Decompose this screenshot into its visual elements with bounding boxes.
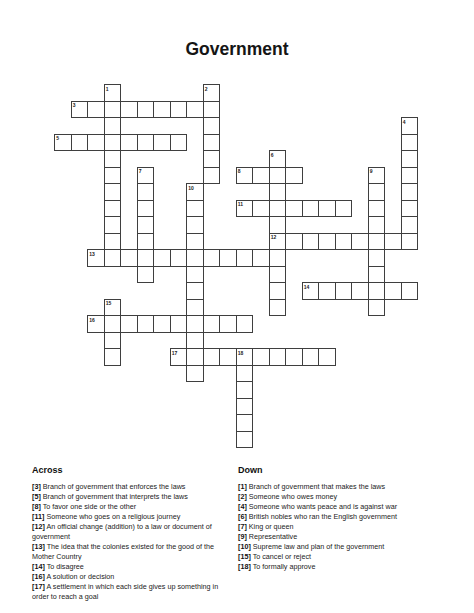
clue-number: 1 [106, 86, 109, 92]
grid-cell[interactable] [236, 398, 254, 416]
grid-cell[interactable] [170, 315, 188, 333]
grid-cell[interactable] [120, 134, 138, 152]
grid-cell[interactable] [170, 101, 188, 119]
grid-cell[interactable] [153, 249, 171, 267]
grid-cell[interactable] [137, 266, 155, 284]
clue-item-number: [1] [238, 482, 247, 491]
grid-cell[interactable] [219, 249, 237, 267]
clue-item-number: [6] [238, 512, 247, 521]
grid-cell[interactable] [384, 282, 402, 300]
clue-number: 7 [139, 168, 142, 174]
grid-cell[interactable] [137, 315, 155, 333]
puzzle-title: Government [0, 39, 474, 60]
clue-item-text: To cancel or reject [253, 552, 311, 561]
clue-item-number: [15] [238, 552, 251, 561]
grid-cell[interactable] [302, 233, 320, 251]
grid-cell[interactable] [236, 414, 254, 432]
clue-item-text: Branch of government that enforces the l… [43, 482, 186, 491]
clue-item-number: [16] [32, 572, 45, 581]
grid-cell[interactable] [236, 315, 254, 333]
clue-number: 18 [238, 350, 244, 356]
clue-item-number: [2] [238, 492, 247, 501]
clue-item: [1] Branch of government that makes the … [238, 482, 470, 492]
clue-item-text: The idea that the colonies existed for t… [32, 542, 214, 561]
crossword-page: Government 123456789101112131415161718 A… [0, 0, 474, 613]
grid-cell[interactable] [401, 183, 419, 201]
clue-number: 8 [238, 168, 241, 174]
clue-item: [14] To disagree [32, 562, 248, 572]
clue-item-text: King or queen [249, 522, 294, 531]
clue-item: [4] Someone who wants peace and is again… [238, 502, 470, 512]
grid-cell[interactable] [153, 315, 171, 333]
grid-cell[interactable] [104, 216, 122, 234]
grid-cell[interactable] [186, 233, 204, 251]
grid-cell[interactable]: 15 [104, 299, 122, 317]
clue-number: 13 [89, 251, 95, 257]
clue-item: [15] To cancel or reject [238, 552, 470, 562]
grid-cell[interactable] [203, 117, 221, 135]
grid-cell[interactable] [368, 183, 386, 201]
grid-cell[interactable] [302, 348, 320, 366]
grid-cell[interactable]: 14 [302, 282, 320, 300]
grid-cell[interactable]: 2 [203, 84, 221, 102]
grid-cell[interactable]: 12 [269, 233, 287, 251]
clue-item: [13] The idea that the colonies existed … [32, 542, 248, 562]
down-clue-list: [1] Branch of government that makes the … [238, 482, 470, 572]
clue-item: [17] A settlement in which each side giv… [32, 582, 248, 602]
grid-cell[interactable] [401, 282, 419, 300]
clue-item-text: Someone who goes on a religious journey [46, 512, 180, 521]
grid-cell[interactable] [285, 348, 303, 366]
grid-cell[interactable] [186, 216, 204, 234]
grid-cell[interactable] [203, 315, 221, 333]
grid-cell[interactable] [170, 134, 188, 152]
clue-number: 15 [106, 300, 112, 306]
clue-item-number: [9] [238, 532, 247, 541]
grid-cell[interactable] [401, 150, 419, 168]
grid-cell[interactable] [203, 249, 221, 267]
grid-cell[interactable] [236, 381, 254, 399]
grid-cell[interactable] [252, 167, 270, 185]
grid-cell[interactable] [401, 167, 419, 185]
clue-number: 10 [188, 185, 194, 191]
grid-cell[interactable]: 17 [170, 348, 188, 366]
grid-cell[interactable] [104, 249, 122, 267]
grid-cell[interactable] [351, 233, 369, 251]
grid-cell[interactable] [137, 233, 155, 251]
grid-cell[interactable] [87, 101, 105, 119]
across-clue-list: [3] Branch of government that enforces t… [32, 482, 248, 602]
clue-item-number: [5] [32, 492, 41, 501]
clue-number: 6 [271, 152, 274, 158]
clue-number: 17 [172, 350, 178, 356]
grid-cell[interactable] [368, 282, 386, 300]
grid-cell[interactable] [318, 200, 336, 218]
grid-cell[interactable] [401, 233, 419, 251]
grid-cell[interactable] [269, 216, 287, 234]
clue-item-number: [4] [238, 502, 247, 511]
grid-cell[interactable] [203, 167, 221, 185]
clue-item-text: Someone who owes money [249, 492, 337, 501]
grid-cell[interactable] [236, 431, 254, 449]
down-header: Down [238, 465, 470, 475]
grid-cell[interactable] [269, 167, 287, 185]
grid-cell[interactable] [236, 249, 254, 267]
grid-cell[interactable] [104, 150, 122, 168]
grid-cell[interactable] [186, 365, 204, 383]
clue-item-number: [18] [238, 562, 251, 571]
grid-cell[interactable]: 8 [236, 167, 254, 185]
grid-cell[interactable] [170, 249, 188, 267]
grid-cell[interactable] [401, 200, 419, 218]
grid-cell[interactable] [384, 233, 402, 251]
grid-cell[interactable] [318, 282, 336, 300]
clue-number: 2 [205, 86, 208, 92]
clue-item-number: [10] [238, 542, 251, 551]
clue-item-text: An official change (addition) to a law o… [32, 522, 212, 541]
clue-item-text: Supreme law and plan of the government [253, 542, 384, 551]
grid-cell[interactable] [186, 332, 204, 350]
clue-number: 11 [238, 201, 243, 207]
grid-cell[interactable] [153, 101, 171, 119]
grid-cell[interactable] [137, 200, 155, 218]
grid-cell[interactable] [137, 183, 155, 201]
grid-cell[interactable]: 3 [71, 101, 89, 119]
crossword-grid: 123456789101112131415161718 [54, 84, 419, 449]
grid-cell[interactable] [71, 134, 89, 152]
grid-cell[interactable] [104, 348, 122, 366]
clue-item-text: Branch of government that makes the laws [249, 482, 385, 491]
grid-cell[interactable] [137, 216, 155, 234]
grid-cell[interactable]: 18 [236, 348, 254, 366]
grid-cell[interactable]: 10 [186, 183, 204, 201]
grid-cell[interactable]: 6 [269, 150, 287, 168]
clue-item-text: Branch of government that interprets the… [43, 492, 188, 501]
clue-item-text: To formally approve [253, 562, 316, 571]
clue-item: [12] An official change (addition) to a … [32, 522, 248, 542]
grid-cell[interactable] [285, 233, 303, 251]
grid-cell[interactable] [137, 101, 155, 119]
grid-cell[interactable] [186, 101, 204, 119]
clue-item: [6] British nobles who ran the English g… [238, 512, 470, 522]
clue-item-number: [13] [32, 542, 45, 551]
grid-cell[interactable] [186, 299, 204, 317]
clue-item-number: [8] [32, 502, 41, 511]
grid-cell[interactable] [186, 315, 204, 333]
clue-item-text: Representative [249, 532, 297, 541]
grid-cell[interactable] [252, 200, 270, 218]
grid-cell[interactable] [104, 134, 122, 152]
grid-cell[interactable]: 9 [368, 167, 386, 185]
grid-cell[interactable]: 7 [137, 167, 155, 185]
grid-cell[interactable] [335, 233, 353, 251]
clue-item: [10] Supreme law and plan of the governm… [238, 542, 470, 552]
grid-cell[interactable]: 4 [401, 117, 419, 135]
grid-cell[interactable]: 16 [87, 315, 105, 333]
clue-item-number: [11] [32, 512, 44, 521]
grid-cell[interactable] [252, 249, 270, 267]
grid-cell[interactable] [269, 249, 287, 267]
clue-number: 9 [370, 168, 373, 174]
clue-item-text: Someone who wants peace and is against w… [249, 502, 397, 511]
clue-number: 14 [304, 284, 310, 290]
grid-cell[interactable] [104, 332, 122, 350]
grid-cell[interactable] [269, 282, 287, 300]
grid-cell[interactable] [368, 299, 386, 317]
grid-cell[interactable] [87, 134, 105, 152]
grid-cell[interactable] [219, 315, 237, 333]
clue-item: [16] A solution or decision [32, 572, 248, 582]
grid-cell[interactable] [318, 348, 336, 366]
grid-cell[interactable] [269, 266, 287, 284]
grid-cell[interactable] [203, 348, 221, 366]
grid-cell[interactable] [368, 216, 386, 234]
clue-item: [7] King or queen [238, 522, 470, 532]
clue-item-number: [17] [32, 582, 45, 591]
grid-cell[interactable] [186, 200, 204, 218]
grid-cell[interactable]: 11 [236, 200, 254, 218]
clue-item-number: [7] [238, 522, 247, 531]
grid-cell[interactable] [104, 200, 122, 218]
clue-item-text: British nobles who ran the English gover… [249, 512, 397, 521]
grid-cell[interactable] [269, 200, 287, 218]
grid-cell[interactable] [137, 249, 155, 267]
grid-cell[interactable] [203, 150, 221, 168]
grid-cell[interactable]: 13 [87, 249, 105, 267]
grid-cell[interactable] [104, 183, 122, 201]
grid-cell[interactable] [401, 134, 419, 152]
grid-cell[interactable] [203, 134, 221, 152]
grid-cell[interactable] [335, 200, 353, 218]
grid-cell[interactable] [186, 266, 204, 284]
grid-cell[interactable] [318, 233, 336, 251]
grid-cell[interactable] [368, 233, 386, 251]
clue-item-text: To favor one side or the other [43, 502, 137, 511]
grid-cell[interactable] [351, 282, 369, 300]
grid-cell[interactable] [120, 315, 138, 333]
grid-cell[interactable] [368, 200, 386, 218]
grid-cell[interactable] [285, 200, 303, 218]
clue-number: 5 [56, 135, 59, 141]
grid-cell[interactable]: 5 [54, 134, 72, 152]
clue-item: [3] Branch of government that enforces t… [32, 482, 248, 492]
across-header: Across [32, 465, 248, 475]
grid-cell[interactable] [186, 249, 204, 267]
clue-item-number: [12] [32, 522, 45, 531]
grid-cell[interactable] [335, 282, 353, 300]
grid-cell[interactable] [186, 282, 204, 300]
clue-item: [5] Branch of government that interprets… [32, 492, 248, 502]
clue-item: [9] Representative [238, 532, 470, 542]
clue-item: [2] Someone who owes money [238, 492, 470, 502]
clue-number: 3 [73, 102, 76, 108]
grid-cell[interactable] [120, 101, 138, 119]
grid-cell[interactable] [104, 101, 122, 119]
grid-cell[interactable] [120, 249, 138, 267]
grid-cell[interactable] [203, 101, 221, 119]
clue-item-number: [3] [32, 482, 41, 491]
down-clues-section: Down [1] Branch of government that makes… [238, 465, 470, 572]
grid-cell[interactable] [252, 348, 270, 366]
grid-cell[interactable] [269, 183, 287, 201]
clue-item-number: [14] [32, 562, 45, 571]
clue-item: [11] Someone who goes on a religious jou… [32, 512, 248, 522]
clue-item: [8] To favor one side or the other [32, 502, 248, 512]
clue-number: 4 [403, 119, 406, 125]
grid-cell[interactable] [186, 348, 204, 366]
clue-item: [18] To formally approve [238, 562, 470, 572]
clue-number: 12 [271, 234, 277, 240]
grid-cell[interactable] [302, 200, 320, 218]
clue-item-text: A solution or decision [46, 572, 114, 581]
clue-number: 16 [89, 317, 95, 323]
grid-cell[interactable] [104, 233, 122, 251]
grid-cell[interactable] [368, 266, 386, 284]
grid-cell[interactable] [104, 315, 122, 333]
grid-cell[interactable] [153, 134, 171, 152]
grid-cell[interactable] [269, 299, 287, 317]
grid-cell[interactable]: 1 [104, 84, 122, 102]
grid-cell[interactable] [401, 216, 419, 234]
grid-cell[interactable] [104, 167, 122, 185]
grid-cell[interactable] [368, 249, 386, 267]
grid-cell[interactable] [269, 348, 287, 366]
clue-item-text: To disagree [47, 562, 84, 571]
grid-cell[interactable] [137, 134, 155, 152]
across-clues-section: Across [3] Branch of government that enf… [32, 465, 248, 602]
grid-cell[interactable] [104, 117, 122, 135]
grid-cell[interactable] [236, 365, 254, 383]
grid-cell[interactable] [285, 167, 303, 185]
clue-item-text: A settlement in which each side gives up… [32, 582, 218, 601]
grid-cell[interactable] [219, 348, 237, 366]
